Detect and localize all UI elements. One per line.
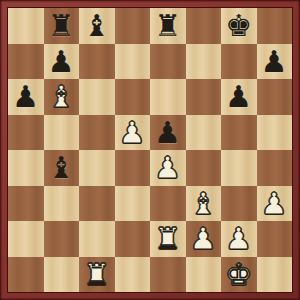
square-a3[interactable]	[8, 186, 44, 222]
square-g3[interactable]	[221, 186, 257, 222]
square-b6[interactable]: ♝	[44, 79, 80, 115]
square-b3[interactable]	[44, 186, 80, 222]
square-b7[interactable]: ♟	[44, 44, 80, 80]
square-g4[interactable]	[221, 150, 257, 186]
square-f8[interactable]	[186, 8, 222, 44]
square-e4[interactable]: ♟	[150, 150, 186, 186]
screenshot-stage: ♜♝♜♚♟♟♟♝♟♟♟♝♟♝♟♜♟♟♜♚	[0, 0, 300, 300]
piece-white-pawn-e4[interactable]: ♟	[154, 150, 181, 186]
piece-black-bishop-b4[interactable]: ♝	[48, 150, 75, 186]
piece-white-pawn-h3[interactable]: ♟	[261, 186, 288, 222]
square-h2[interactable]	[257, 221, 293, 257]
square-f5[interactable]	[186, 115, 222, 151]
square-d4[interactable]	[115, 150, 151, 186]
square-e7[interactable]	[150, 44, 186, 80]
square-f4[interactable]	[186, 150, 222, 186]
square-c6[interactable]	[79, 79, 115, 115]
square-a7[interactable]	[8, 44, 44, 80]
square-e5[interactable]: ♟	[150, 115, 186, 151]
square-g1[interactable]: ♚	[221, 257, 257, 293]
square-d3[interactable]	[115, 186, 151, 222]
square-c2[interactable]	[79, 221, 115, 257]
square-a2[interactable]	[8, 221, 44, 257]
piece-white-bishop-f3[interactable]: ♝	[190, 186, 217, 222]
piece-black-rook-b8[interactable]: ♜	[48, 8, 75, 44]
square-a5[interactable]	[8, 115, 44, 151]
square-h7[interactable]: ♟	[257, 44, 293, 80]
piece-white-rook-c1[interactable]: ♜	[83, 257, 110, 293]
piece-white-pawn-f2[interactable]: ♟	[190, 221, 217, 257]
square-b1[interactable]	[44, 257, 80, 293]
piece-black-pawn-a6[interactable]: ♟	[12, 79, 39, 115]
square-b8[interactable]: ♜	[44, 8, 80, 44]
square-f2[interactable]: ♟	[186, 221, 222, 257]
piece-white-rook-e2[interactable]: ♜	[154, 221, 181, 257]
square-a4[interactable]	[8, 150, 44, 186]
square-b5[interactable]	[44, 115, 80, 151]
piece-white-pawn-g2[interactable]: ♟	[225, 221, 252, 257]
square-g7[interactable]	[221, 44, 257, 80]
square-b2[interactable]	[44, 221, 80, 257]
square-a1[interactable]	[8, 257, 44, 293]
piece-white-bishop-b6[interactable]: ♝	[48, 79, 75, 115]
square-c5[interactable]	[79, 115, 115, 151]
piece-black-rook-e8[interactable]: ♜	[154, 8, 181, 44]
square-g6[interactable]: ♟	[221, 79, 257, 115]
square-e6[interactable]	[150, 79, 186, 115]
square-c1[interactable]: ♜	[79, 257, 115, 293]
piece-black-bishop-c8[interactable]: ♝	[83, 8, 110, 44]
square-h6[interactable]	[257, 79, 293, 115]
square-d1[interactable]	[115, 257, 151, 293]
square-c7[interactable]	[79, 44, 115, 80]
piece-black-pawn-h7[interactable]: ♟	[261, 44, 288, 80]
square-f3[interactable]: ♝	[186, 186, 222, 222]
square-e1[interactable]	[150, 257, 186, 293]
square-g2[interactable]: ♟	[221, 221, 257, 257]
square-g8[interactable]: ♚	[221, 8, 257, 44]
piece-black-pawn-b7[interactable]: ♟	[48, 44, 75, 80]
piece-black-king-g8[interactable]: ♚	[225, 8, 252, 44]
square-d5[interactable]: ♟	[115, 115, 151, 151]
piece-black-pawn-e5[interactable]: ♟	[154, 115, 181, 151]
square-d2[interactable]	[115, 221, 151, 257]
board-frame: ♜♝♜♚♟♟♟♝♟♟♟♝♟♝♟♜♟♟♜♚	[0, 0, 300, 300]
square-d8[interactable]	[115, 8, 151, 44]
square-a8[interactable]	[8, 8, 44, 44]
piece-white-king-g1[interactable]: ♚	[225, 257, 252, 293]
square-d6[interactable]	[115, 79, 151, 115]
square-a6[interactable]: ♟	[8, 79, 44, 115]
square-f6[interactable]	[186, 79, 222, 115]
square-c3[interactable]	[79, 186, 115, 222]
piece-black-pawn-g6[interactable]: ♟	[225, 79, 252, 115]
square-c4[interactable]	[79, 150, 115, 186]
square-e3[interactable]	[150, 186, 186, 222]
square-g5[interactable]	[221, 115, 257, 151]
square-h1[interactable]	[257, 257, 293, 293]
square-c8[interactable]: ♝	[79, 8, 115, 44]
piece-white-pawn-d5[interactable]: ♟	[119, 115, 146, 151]
square-d7[interactable]	[115, 44, 151, 80]
square-f1[interactable]	[186, 257, 222, 293]
square-h8[interactable]	[257, 8, 293, 44]
square-e8[interactable]: ♜	[150, 8, 186, 44]
square-e2[interactable]: ♜	[150, 221, 186, 257]
square-f7[interactable]	[186, 44, 222, 80]
square-b4[interactable]: ♝	[44, 150, 80, 186]
square-h4[interactable]	[257, 150, 293, 186]
square-h3[interactable]: ♟	[257, 186, 293, 222]
square-h5[interactable]	[257, 115, 293, 151]
chess-board: ♜♝♜♚♟♟♟♝♟♟♟♝♟♝♟♜♟♟♜♚	[8, 8, 292, 292]
